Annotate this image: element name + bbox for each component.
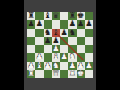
square-f6[interactable]: ♞ [68, 29, 76, 37]
piece-wQ-d1: ♛ [52, 70, 59, 78]
piece-wP-d4: ♟ [52, 45, 59, 53]
piece-bP-c5: ♟ [44, 37, 51, 45]
square-f2[interactable]: ♟ [68, 62, 76, 70]
piece-bB-c8: ♝ [44, 12, 51, 20]
square-g4[interactable] [77, 45, 85, 53]
square-e7[interactable] [60, 20, 68, 28]
square-c6[interactable]: ♞ [44, 29, 52, 37]
letterbox-left [0, 0, 24, 90]
piece-wN-f3: ♞ [69, 53, 76, 61]
square-f7[interactable]: ♟ [68, 20, 76, 28]
piece-bP-a7: ♟ [28, 20, 35, 28]
piece-bR-a8: ♜ [28, 12, 35, 20]
piece-bP-d5: ♟ [52, 37, 59, 45]
piece-wR-f1: ♜ [69, 70, 76, 78]
square-a7[interactable]: ♟ [27, 20, 35, 28]
square-e3[interactable]: ♟ [60, 53, 68, 61]
square-d2[interactable]: ♞ [52, 62, 60, 70]
piece-wR-a1: ♜ [28, 70, 35, 78]
piece-bR-f8: ♜ [69, 12, 76, 20]
square-b2[interactable]: ♝ [35, 62, 43, 70]
square-d3[interactable]: ♝ [52, 53, 60, 61]
piece-bN-c6: ♞ [44, 29, 51, 37]
thumbnail-frame: ♜♝♛♜♚♟♟♟♟♟♞♝♟♞♟♟♟♟♝♟♞♟♝♟♞♟♟♟♜♛♜♚ [0, 0, 120, 90]
square-e5[interactable] [60, 37, 68, 45]
square-e2[interactable] [60, 62, 68, 70]
piece-bQ-d8: ♛ [52, 12, 59, 20]
square-b8[interactable] [35, 12, 43, 20]
square-c5[interactable]: ♟ [44, 37, 52, 45]
square-a4[interactable] [27, 45, 35, 53]
square-c8[interactable]: ♝ [44, 12, 52, 20]
piece-bP-b7: ♟ [36, 20, 43, 28]
square-d1[interactable]: ♛ [52, 70, 60, 78]
square-f4[interactable] [68, 45, 76, 53]
square-a5[interactable] [27, 37, 35, 45]
square-e6[interactable]: ♟ [60, 29, 68, 37]
square-g5[interactable] [77, 37, 85, 45]
piece-bN-f6: ♞ [69, 29, 76, 37]
square-h3[interactable] [85, 53, 93, 61]
square-e1[interactable] [60, 70, 68, 78]
square-h6[interactable] [85, 29, 93, 37]
square-b5[interactable] [35, 37, 43, 45]
piece-wB-d3: ♝ [52, 53, 59, 61]
piece-wK-g1: ♚ [77, 70, 84, 78]
piece-bB-d6: ♝ [52, 29, 59, 37]
piece-wP-e3: ♟ [61, 53, 68, 61]
piece-wP-f2: ♟ [69, 62, 76, 70]
square-e4[interactable] [60, 45, 68, 53]
square-d5[interactable]: ♟ [52, 37, 60, 45]
square-g8[interactable]: ♚ [77, 12, 85, 20]
square-f3[interactable]: ♞ [68, 53, 76, 61]
square-h1[interactable] [85, 70, 93, 78]
square-g1[interactable]: ♚ [77, 70, 85, 78]
square-a1[interactable]: ♜ [27, 70, 35, 78]
piece-bP-f7: ♟ [69, 20, 76, 28]
square-c2[interactable]: ♟ [44, 62, 52, 70]
square-b7[interactable]: ♟ [35, 20, 43, 28]
square-a3[interactable] [27, 53, 35, 61]
square-b1[interactable] [35, 70, 43, 78]
square-g7[interactable]: ♟ [77, 20, 85, 28]
square-f1[interactable]: ♜ [68, 70, 76, 78]
square-h7[interactable]: ♟ [85, 20, 93, 28]
piece-bP-e6: ♟ [61, 29, 68, 37]
square-d7[interactable] [52, 20, 60, 28]
square-f8[interactable]: ♜ [68, 12, 76, 20]
square-c1[interactable] [44, 70, 52, 78]
square-b6[interactable] [35, 29, 43, 37]
square-d8[interactable]: ♛ [52, 12, 60, 20]
square-g6[interactable] [77, 29, 85, 37]
square-f5[interactable] [68, 37, 76, 45]
square-g3[interactable] [77, 53, 85, 61]
piece-wP-h2: ♟ [85, 62, 92, 70]
square-h8[interactable] [85, 12, 93, 20]
piece-wP-a2: ♟ [28, 62, 35, 70]
piece-bP-g7: ♟ [77, 20, 84, 28]
piece-wN-d2: ♞ [52, 62, 59, 70]
square-a2[interactable]: ♟ [27, 62, 35, 70]
square-a8[interactable]: ♜ [27, 12, 35, 20]
piece-wP-g2: ♟ [77, 62, 84, 70]
chess-board: ♜♝♛♜♚♟♟♟♟♟♞♝♟♞♟♟♟♟♝♟♞♟♝♟♞♟♟♟♜♛♜♚ [27, 12, 93, 78]
square-d6[interactable]: ♝ [52, 29, 60, 37]
square-c7[interactable] [44, 20, 52, 28]
piece-wP-b3: ♟ [36, 53, 43, 61]
square-e8[interactable] [60, 12, 68, 20]
piece-bK-g8: ♚ [77, 12, 84, 20]
square-h5[interactable] [85, 37, 93, 45]
square-g2[interactable]: ♟ [77, 62, 85, 70]
square-d4[interactable]: ♟ [52, 45, 60, 53]
square-h4[interactable] [85, 45, 93, 53]
square-b4[interactable] [35, 45, 43, 53]
square-a6[interactable] [27, 29, 35, 37]
piece-wB-b2: ♝ [36, 62, 43, 70]
square-b3[interactable]: ♟ [35, 53, 43, 61]
letterbox-right [96, 0, 120, 90]
piece-bP-h7: ♟ [85, 20, 92, 28]
square-c4[interactable] [44, 45, 52, 53]
square-h2[interactable]: ♟ [85, 62, 93, 70]
square-c3[interactable] [44, 53, 52, 61]
piece-wP-c2: ♟ [44, 62, 51, 70]
